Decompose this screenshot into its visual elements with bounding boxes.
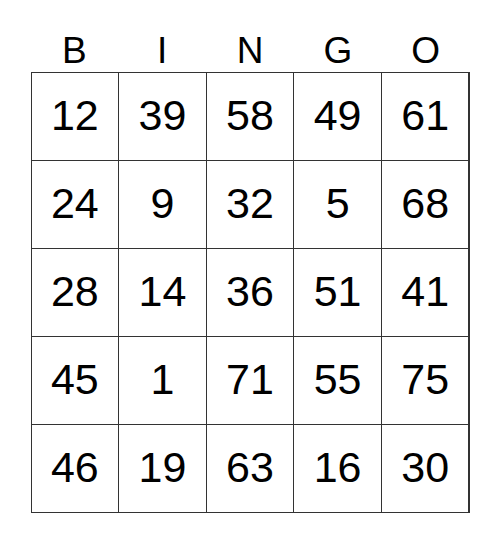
bingo-cell-r4c1[interactable]: 45	[32, 337, 119, 424]
header-letter-o: O	[382, 0, 470, 72]
bingo-cell-r1c3[interactable]: 58	[207, 73, 294, 160]
bingo-header: B I N G O	[31, 0, 470, 72]
bingo-cell-r3c2[interactable]: 14	[119, 249, 206, 336]
bingo-cell-r2c1[interactable]: 24	[32, 161, 119, 248]
bingo-cell-r3c1[interactable]: 28	[32, 249, 119, 336]
bingo-cell-r4c3[interactable]: 71	[207, 337, 294, 424]
header-letter-n: N	[206, 0, 294, 72]
bingo-cell-r2c3[interactable]: 32	[207, 161, 294, 248]
bingo-cell-r5c1[interactable]: 46	[32, 425, 119, 512]
bingo-cell-r5c4[interactable]: 16	[294, 425, 381, 512]
header-letter-i: I	[118, 0, 206, 72]
bingo-cell-r1c1[interactable]: 12	[32, 73, 119, 160]
bingo-cell-r5c5[interactable]: 30	[382, 425, 469, 512]
bingo-cell-r1c4[interactable]: 49	[294, 73, 381, 160]
bingo-cell-r2c4[interactable]: 5	[294, 161, 381, 248]
bingo-cell-r2c5[interactable]: 68	[382, 161, 469, 248]
header-letter-g: G	[294, 0, 382, 72]
bingo-cell-r4c5[interactable]: 75	[382, 337, 469, 424]
bingo-cell-r3c5[interactable]: 41	[382, 249, 469, 336]
header-letter-b: B	[31, 0, 119, 72]
bingo-card: B I N G O 12 39 58 49 61 24 9 32 5 68 28…	[31, 0, 470, 513]
bingo-cell-r3c3[interactable]: 36	[207, 249, 294, 336]
bingo-cell-r3c4[interactable]: 51	[294, 249, 381, 336]
bingo-board: 12 39 58 49 61 24 9 32 5 68 28 14 36 51 …	[31, 72, 470, 513]
bingo-cell-r5c3[interactable]: 63	[207, 425, 294, 512]
bingo-cell-r4c4[interactable]: 55	[294, 337, 381, 424]
bingo-cell-r4c2[interactable]: 1	[119, 337, 206, 424]
bingo-cell-r1c2[interactable]: 39	[119, 73, 206, 160]
bingo-cell-r1c5[interactable]: 61	[382, 73, 469, 160]
bingo-cell-r2c2[interactable]: 9	[119, 161, 206, 248]
bingo-cell-r5c2[interactable]: 19	[119, 425, 206, 512]
